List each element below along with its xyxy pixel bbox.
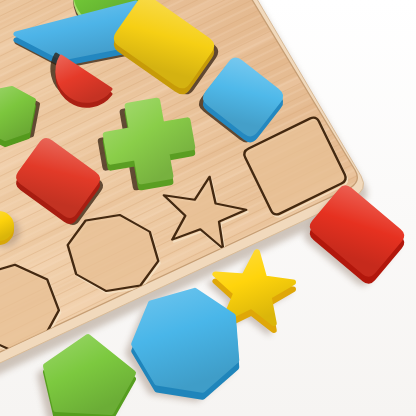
scene-canvas [0,0,416,416]
puzzle-photo [0,0,416,416]
